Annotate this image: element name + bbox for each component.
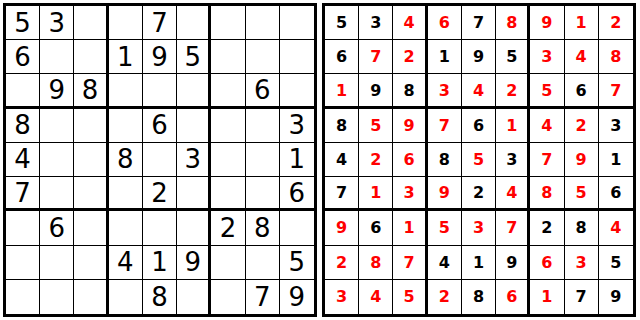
sudoku-cell-r1c3: 4	[393, 6, 427, 40]
sudoku-cell-r6c1: 7	[6, 177, 40, 211]
sudoku-cell-r3c1	[6, 74, 40, 108]
sudoku-cell-r4c7: 4	[530, 109, 564, 143]
sudoku-cell-r6c9: 6	[280, 177, 314, 211]
sudoku-cell-r8c6: 9	[496, 246, 530, 280]
sudoku-cell-r7c9	[280, 211, 314, 245]
sudoku-cell-r8c1: 2	[325, 246, 359, 280]
sudoku-cell-r3c4	[109, 74, 143, 108]
sudoku-cell-r9c5: 8	[143, 280, 177, 314]
sudoku-cell-r2c1: 6	[325, 40, 359, 74]
sudoku-cell-r5c5: 5	[462, 143, 496, 177]
sudoku-cell-r6c5: 2	[462, 177, 496, 211]
sudoku-cell-r4c1: 8	[6, 109, 40, 143]
sudoku-cell-r5c4: 8	[428, 143, 462, 177]
sudoku-cell-r7c1	[6, 211, 40, 245]
sudoku-cell-r9c1	[6, 280, 40, 314]
sudoku-cell-r4c3	[74, 109, 108, 143]
sudoku-cell-r3c9: 7	[599, 74, 633, 108]
sudoku-cell-r6c7	[211, 177, 245, 211]
sudoku-cell-r6c1: 7	[325, 177, 359, 211]
sudoku-cell-r5c4: 8	[109, 143, 143, 177]
sudoku-cell-r2c8	[246, 40, 280, 74]
sudoku-cell-r8c5: 1	[462, 246, 496, 280]
sudoku-cell-r5c5	[143, 143, 177, 177]
sudoku-cell-r7c7: 2	[530, 211, 564, 245]
sudoku-cell-r4c3: 9	[393, 109, 427, 143]
sudoku-cell-r2c2: 7	[359, 40, 393, 74]
sudoku-cell-r8c2: 8	[359, 246, 393, 280]
sudoku-cell-r3c9	[280, 74, 314, 108]
sudoku-cell-r7c6	[177, 211, 211, 245]
sudoku-cell-r3c6	[177, 74, 211, 108]
sudoku-cell-r9c4: 2	[428, 280, 462, 314]
sudoku-cell-r3c2: 9	[359, 74, 393, 108]
sudoku-cell-r1c7	[211, 6, 245, 40]
sudoku-cell-r4c9: 3	[599, 109, 633, 143]
sudoku-cell-r8c3: 7	[393, 246, 427, 280]
sudoku-cell-r5c1: 4	[6, 143, 40, 177]
sudoku-cell-r9c2: 4	[359, 280, 393, 314]
sudoku-cell-r5c6: 3	[177, 143, 211, 177]
sudoku-cell-r6c5: 2	[143, 177, 177, 211]
sudoku-cell-r6c2: 1	[359, 177, 393, 211]
sudoku-cell-r3c5	[143, 74, 177, 108]
sudoku-cell-r4c2: 5	[359, 109, 393, 143]
sudoku-cell-r7c8: 8	[246, 211, 280, 245]
sudoku-cell-r2c9	[280, 40, 314, 74]
sudoku-cell-r7c4	[109, 211, 143, 245]
sudoku-cell-r9c6: 6	[496, 280, 530, 314]
sudoku-cell-r5c7: 7	[530, 143, 564, 177]
sudoku-cell-r3c5: 4	[462, 74, 496, 108]
sudoku-cell-r4c8: 2	[565, 109, 599, 143]
sudoku-cell-r4c7	[211, 109, 245, 143]
sudoku-cell-r5c3: 6	[393, 143, 427, 177]
sudoku-cell-r6c7: 8	[530, 177, 564, 211]
sudoku-cell-r2c2	[40, 40, 74, 74]
sudoku-cell-r2c6: 5	[496, 40, 530, 74]
sudoku-cell-r8c1	[6, 246, 40, 280]
sudoku-cell-r9c7: 1	[530, 280, 564, 314]
sudoku-cell-r7c6: 7	[496, 211, 530, 245]
sudoku-puzzle-board: 537619598686348317266284195879	[3, 3, 317, 317]
sudoku-cell-r1c1: 5	[6, 6, 40, 40]
sudoku-cell-r2c4: 1	[428, 40, 462, 74]
sudoku-cell-r5c1: 4	[325, 143, 359, 177]
sudoku-cell-r7c5: 3	[462, 211, 496, 245]
sudoku-cell-r1c4: 6	[428, 6, 462, 40]
sudoku-cell-r7c2: 6	[359, 211, 393, 245]
sudoku-cell-r8c6: 9	[177, 246, 211, 280]
sudoku-cell-r2c3: 2	[393, 40, 427, 74]
sudoku-cell-r2c1: 6	[6, 40, 40, 74]
sudoku-cell-r7c5	[143, 211, 177, 245]
sudoku-cell-r8c7: 6	[530, 246, 564, 280]
sudoku-cell-r2c5: 9	[462, 40, 496, 74]
sudoku-cell-r9c5: 8	[462, 280, 496, 314]
sudoku-cell-r3c2: 9	[40, 74, 74, 108]
sudoku-cell-r5c2: 2	[359, 143, 393, 177]
sudoku-cell-r8c4: 4	[109, 246, 143, 280]
sudoku-cell-r5c9: 1	[280, 143, 314, 177]
sudoku-cell-r5c3	[74, 143, 108, 177]
sudoku-cell-r4c5: 6	[462, 109, 496, 143]
sudoku-cell-r7c2: 6	[40, 211, 74, 245]
sudoku-cell-r4c4	[109, 109, 143, 143]
sudoku-cell-r3c8: 6	[565, 74, 599, 108]
sudoku-cell-r2c3	[74, 40, 108, 74]
sudoku-cell-r8c9: 5	[280, 246, 314, 280]
sudoku-cell-r1c5: 7	[462, 6, 496, 40]
sudoku-cell-r1c7: 9	[530, 6, 564, 40]
sudoku-cell-r7c9: 4	[599, 211, 633, 245]
sudoku-cell-r9c9: 9	[280, 280, 314, 314]
sudoku-cell-r9c8: 7	[246, 280, 280, 314]
sudoku-cell-r7c3	[74, 211, 108, 245]
sudoku-cell-r3c7: 5	[530, 74, 564, 108]
sudoku-cell-r6c9: 6	[599, 177, 633, 211]
sudoku-cell-r1c9	[280, 6, 314, 40]
sudoku-cell-r7c1: 9	[325, 211, 359, 245]
sudoku-cell-r7c7: 2	[211, 211, 245, 245]
sudoku-cell-r6c3: 3	[393, 177, 427, 211]
sudoku-cell-r9c4	[109, 280, 143, 314]
sudoku-cell-r1c9: 2	[599, 6, 633, 40]
sudoku-cell-r6c4	[109, 177, 143, 211]
sudoku-cell-r9c2	[40, 280, 74, 314]
sudoku-cell-r3c1: 1	[325, 74, 359, 108]
sudoku-cell-r9c8: 7	[565, 280, 599, 314]
sudoku-cell-r7c8: 8	[565, 211, 599, 245]
sudoku-cell-r9c7	[211, 280, 245, 314]
sudoku-cell-r1c8	[246, 6, 280, 40]
sudoku-cell-r2c9: 8	[599, 40, 633, 74]
sudoku-cell-r6c6: 4	[496, 177, 530, 211]
sudoku-diagram: 537619598686348317266284195879 534678912…	[0, 0, 640, 320]
sudoku-cell-r4c8	[246, 109, 280, 143]
sudoku-cell-r6c8: 5	[565, 177, 599, 211]
sudoku-cell-r1c6: 8	[496, 6, 530, 40]
sudoku-cell-r9c3	[74, 280, 108, 314]
sudoku-cell-r7c3: 1	[393, 211, 427, 245]
sudoku-cell-r1c4	[109, 6, 143, 40]
sudoku-cell-r2c4: 1	[109, 40, 143, 74]
sudoku-cell-r5c9: 1	[599, 143, 633, 177]
sudoku-cell-r4c6: 1	[496, 109, 530, 143]
sudoku-cell-r2c6: 5	[177, 40, 211, 74]
sudoku-cell-r4c9: 3	[280, 109, 314, 143]
sudoku-cell-r2c7	[211, 40, 245, 74]
sudoku-cell-r5c8: 9	[565, 143, 599, 177]
sudoku-cell-r1c3	[74, 6, 108, 40]
sudoku-cell-r8c5: 1	[143, 246, 177, 280]
sudoku-cell-r4c6	[177, 109, 211, 143]
sudoku-cell-r1c8: 1	[565, 6, 599, 40]
sudoku-cell-r2c8: 4	[565, 40, 599, 74]
sudoku-cell-r3c7	[211, 74, 245, 108]
sudoku-cell-r4c1: 8	[325, 109, 359, 143]
sudoku-cell-r3c6: 2	[496, 74, 530, 108]
sudoku-cell-r8c8	[246, 246, 280, 280]
sudoku-cell-r9c6	[177, 280, 211, 314]
sudoku-cell-r1c5: 7	[143, 6, 177, 40]
sudoku-cell-r9c1: 3	[325, 280, 359, 314]
sudoku-cell-r8c8: 3	[565, 246, 599, 280]
sudoku-cell-r3c3: 8	[393, 74, 427, 108]
sudoku-cell-r8c7	[211, 246, 245, 280]
sudoku-cell-r1c2: 3	[359, 6, 393, 40]
sudoku-cell-r5c2	[40, 143, 74, 177]
sudoku-cell-r9c3: 5	[393, 280, 427, 314]
sudoku-cell-r6c2	[40, 177, 74, 211]
sudoku-cell-r6c4: 9	[428, 177, 462, 211]
sudoku-cell-r8c9: 5	[599, 246, 633, 280]
sudoku-cell-r8c4: 4	[428, 246, 462, 280]
sudoku-cell-r4c2	[40, 109, 74, 143]
sudoku-cell-r1c1: 5	[325, 6, 359, 40]
sudoku-cell-r6c3	[74, 177, 108, 211]
sudoku-cell-r3c8: 6	[246, 74, 280, 108]
sudoku-cell-r4c4: 7	[428, 109, 462, 143]
sudoku-cell-r8c2	[40, 246, 74, 280]
sudoku-cell-r5c8	[246, 143, 280, 177]
sudoku-cell-r5c7	[211, 143, 245, 177]
sudoku-cell-r3c3: 8	[74, 74, 108, 108]
sudoku-cell-r7c4: 5	[428, 211, 462, 245]
sudoku-cell-r6c6	[177, 177, 211, 211]
sudoku-cell-r8c3	[74, 246, 108, 280]
sudoku-solution-board: 5346789126721953481983425678597614234268…	[322, 3, 636, 317]
sudoku-cell-r1c2: 3	[40, 6, 74, 40]
sudoku-cell-r6c8	[246, 177, 280, 211]
sudoku-cell-r1c6	[177, 6, 211, 40]
sudoku-cell-r2c5: 9	[143, 40, 177, 74]
sudoku-cell-r3c4: 3	[428, 74, 462, 108]
sudoku-cell-r5c6: 3	[496, 143, 530, 177]
sudoku-cell-r9c9: 9	[599, 280, 633, 314]
sudoku-cell-r4c5: 6	[143, 109, 177, 143]
sudoku-cell-r2c7: 3	[530, 40, 564, 74]
